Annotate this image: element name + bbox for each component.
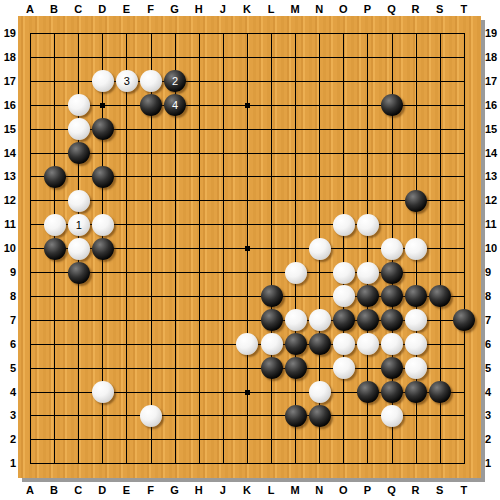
row-label-left-1: 1 <box>0 456 16 470</box>
col-label-bottom-T: T <box>453 483 475 497</box>
grid-line-vertical <box>295 33 296 464</box>
row-label-right-16: 16 <box>485 98 500 112</box>
stone-R10 <box>405 238 427 260</box>
stone-C15 <box>68 118 90 140</box>
row-label-right-1: 1 <box>485 456 500 470</box>
col-label-bottom-C: C <box>67 483 89 497</box>
stone-Q5 <box>381 357 403 379</box>
row-label-right-10: 10 <box>485 241 500 255</box>
row-label-right-15: 15 <box>485 122 500 136</box>
row-label-left-8: 8 <box>0 289 16 303</box>
col-label-top-O: O <box>332 2 354 16</box>
row-label-left-11: 11 <box>0 217 16 231</box>
stone-M6 <box>285 333 307 355</box>
col-label-bottom-K: K <box>236 483 258 497</box>
stone-D15 <box>92 118 114 140</box>
stone-T7 <box>453 309 475 331</box>
col-label-bottom-J: J <box>212 483 234 497</box>
stone-Q8 <box>381 285 403 307</box>
col-label-bottom-P: P <box>356 483 378 497</box>
move-number-label: 4 <box>172 94 178 116</box>
stone-M9 <box>285 262 307 284</box>
stone-R8 <box>405 285 427 307</box>
stone-G17: 2 <box>164 70 186 92</box>
row-label-right-11: 11 <box>485 217 500 231</box>
stone-S8 <box>429 285 451 307</box>
stone-Q10 <box>381 238 403 260</box>
stone-C11: 1 <box>68 214 90 236</box>
stone-D17 <box>92 70 114 92</box>
stone-M7 <box>285 309 307 331</box>
stone-N6 <box>309 333 331 355</box>
stone-L8 <box>261 285 283 307</box>
col-label-bottom-B: B <box>43 483 65 497</box>
stone-B11 <box>44 214 66 236</box>
stone-B13 <box>44 166 66 188</box>
col-label-top-R: R <box>405 2 427 16</box>
col-label-bottom-S: S <box>429 483 451 497</box>
stone-O5 <box>333 357 355 379</box>
stone-F17 <box>140 70 162 92</box>
stone-N7 <box>309 309 331 331</box>
stone-L7 <box>261 309 283 331</box>
row-label-left-12: 12 <box>0 193 16 207</box>
col-label-top-D: D <box>91 2 113 16</box>
stone-M5 <box>285 357 307 379</box>
stone-F3 <box>140 405 162 427</box>
col-label-top-Q: Q <box>381 2 403 16</box>
col-label-top-A: A <box>19 2 41 16</box>
stone-N3 <box>309 405 331 427</box>
stone-E17: 3 <box>116 70 138 92</box>
stone-S4 <box>429 381 451 403</box>
col-label-top-T: T <box>453 2 475 16</box>
stone-D10 <box>92 238 114 260</box>
stone-C16 <box>68 94 90 116</box>
row-label-right-19: 19 <box>485 26 500 40</box>
row-label-left-16: 16 <box>0 98 16 112</box>
row-label-right-8: 8 <box>485 289 500 303</box>
col-label-bottom-L: L <box>260 483 282 497</box>
stone-Q6 <box>381 333 403 355</box>
col-label-top-G: G <box>164 2 186 16</box>
go-board[interactable]: 3241 <box>18 16 481 478</box>
row-label-left-19: 19 <box>0 26 16 40</box>
col-label-bottom-Q: Q <box>381 483 403 497</box>
row-label-right-13: 13 <box>485 169 500 183</box>
row-label-right-6: 6 <box>485 337 500 351</box>
row-label-right-7: 7 <box>485 313 500 327</box>
stone-N4 <box>309 381 331 403</box>
col-label-bottom-G: G <box>164 483 186 497</box>
row-label-left-6: 6 <box>0 337 16 351</box>
col-label-bottom-E: E <box>115 483 137 497</box>
hoshi-K10 <box>245 246 250 251</box>
col-label-top-L: L <box>260 2 282 16</box>
col-label-top-N: N <box>308 2 330 16</box>
row-label-right-2: 2 <box>485 432 500 446</box>
stone-D13 <box>92 166 114 188</box>
col-label-bottom-O: O <box>332 483 354 497</box>
stone-L5 <box>261 357 283 379</box>
row-label-right-14: 14 <box>485 146 500 160</box>
hoshi-K16 <box>245 103 250 108</box>
stone-P7 <box>357 309 379 331</box>
col-label-bottom-F: F <box>140 483 162 497</box>
row-label-left-5: 5 <box>0 361 16 375</box>
grid-line-horizontal <box>30 463 465 464</box>
hoshi-K4 <box>245 390 250 395</box>
col-label-top-C: C <box>67 2 89 16</box>
row-label-left-9: 9 <box>0 265 16 279</box>
col-label-top-S: S <box>429 2 451 16</box>
col-label-bottom-D: D <box>91 483 113 497</box>
grid-line-horizontal <box>30 439 465 440</box>
stone-O6 <box>333 333 355 355</box>
col-label-top-E: E <box>115 2 137 16</box>
stone-Q7 <box>381 309 403 331</box>
stone-D4 <box>92 381 114 403</box>
row-label-left-14: 14 <box>0 146 16 160</box>
col-label-top-J: J <box>212 2 234 16</box>
row-label-left-2: 2 <box>0 432 16 446</box>
stone-R5 <box>405 357 427 379</box>
stone-Q16 <box>381 94 403 116</box>
move-number-label: 3 <box>124 70 130 92</box>
row-label-right-3: 3 <box>485 408 500 422</box>
row-label-right-9: 9 <box>485 265 500 279</box>
stone-O11 <box>333 214 355 236</box>
grid-line-vertical <box>464 33 465 464</box>
stone-R6 <box>405 333 427 355</box>
col-label-top-B: B <box>43 2 65 16</box>
stone-P11 <box>357 214 379 236</box>
stone-R7 <box>405 309 427 331</box>
stone-G16: 4 <box>164 94 186 116</box>
row-label-right-4: 4 <box>485 385 500 399</box>
stone-M3 <box>285 405 307 427</box>
stone-N10 <box>309 238 331 260</box>
hoshi-D16 <box>100 103 105 108</box>
col-label-bottom-A: A <box>19 483 41 497</box>
stone-P9 <box>357 262 379 284</box>
stone-C10 <box>68 238 90 260</box>
move-number-label: 2 <box>172 70 178 92</box>
col-label-bottom-R: R <box>405 483 427 497</box>
stone-K6 <box>236 333 258 355</box>
grid-line-vertical <box>271 33 272 464</box>
stone-L6 <box>261 333 283 355</box>
stone-R12 <box>405 190 427 212</box>
stone-C14 <box>68 142 90 164</box>
row-label-right-18: 18 <box>485 50 500 64</box>
stone-P4 <box>357 381 379 403</box>
stone-C12 <box>68 190 90 212</box>
col-label-bottom-H: H <box>188 483 210 497</box>
stone-P6 <box>357 333 379 355</box>
stone-C9 <box>68 262 90 284</box>
col-label-bottom-N: N <box>308 483 330 497</box>
row-label-left-13: 13 <box>0 169 16 183</box>
row-label-left-7: 7 <box>0 313 16 327</box>
row-label-right-12: 12 <box>485 193 500 207</box>
stone-Q4 <box>381 381 403 403</box>
stone-Q9 <box>381 262 403 284</box>
stone-F16 <box>140 94 162 116</box>
col-label-top-K: K <box>236 2 258 16</box>
col-label-top-P: P <box>356 2 378 16</box>
stone-P8 <box>357 285 379 307</box>
stone-O9 <box>333 262 355 284</box>
col-label-top-M: M <box>284 2 306 16</box>
stone-Q3 <box>381 405 403 427</box>
stone-R4 <box>405 381 427 403</box>
row-label-left-18: 18 <box>0 50 16 64</box>
row-label-left-3: 3 <box>0 408 16 422</box>
move-number-label: 1 <box>76 214 82 236</box>
grid-line-vertical <box>343 33 344 464</box>
row-label-left-17: 17 <box>0 74 16 88</box>
row-label-left-4: 4 <box>0 385 16 399</box>
stone-O8 <box>333 285 355 307</box>
row-label-right-17: 17 <box>485 74 500 88</box>
stone-B10 <box>44 238 66 260</box>
row-label-left-15: 15 <box>0 122 16 136</box>
col-label-top-F: F <box>140 2 162 16</box>
row-label-left-10: 10 <box>0 241 16 255</box>
stone-O7 <box>333 309 355 331</box>
stone-D11 <box>92 214 114 236</box>
go-game-screenshot: 3241 ABCDEFGHJKLMNOPQRST ABCDEFGHJKLMNOP… <box>0 0 500 500</box>
col-label-bottom-M: M <box>284 483 306 497</box>
row-label-right-5: 5 <box>485 361 500 375</box>
col-label-top-H: H <box>188 2 210 16</box>
